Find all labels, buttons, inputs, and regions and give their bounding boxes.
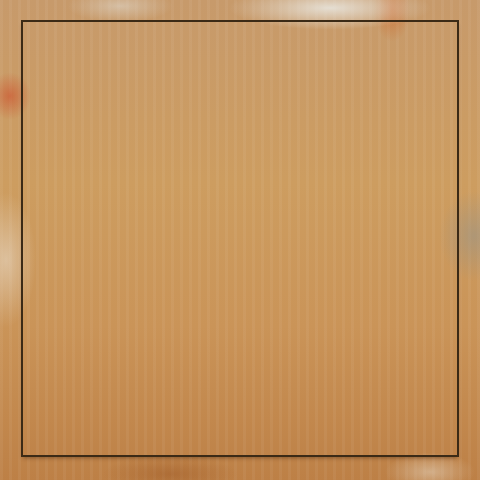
painting-background bbox=[0, 0, 480, 480]
file-labels bbox=[23, 1, 457, 21]
rank-labels bbox=[1, 22, 21, 455]
chess-board bbox=[23, 22, 457, 455]
